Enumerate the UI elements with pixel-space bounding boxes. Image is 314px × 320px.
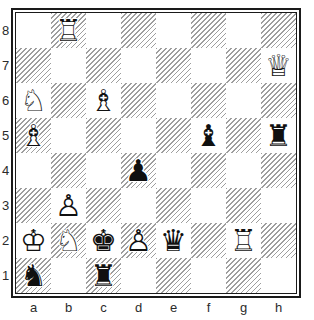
piece-bR-h5: ♜♜: [261, 121, 296, 151]
square-e5: [156, 118, 191, 153]
square-e2: ♛♛: [156, 223, 191, 258]
square-c1: ♜♜: [86, 258, 121, 293]
chess-diagram: 87654321 ♜♖♛♕♞♘♝♗♝♗♝♝♜♜♟♟♟♙♚♔♞♘♚♚♟♙♛♛♜♖♞…: [0, 0, 314, 320]
file-label-b: b: [51, 300, 86, 315]
square-g3: [226, 188, 261, 223]
square-f4: [191, 153, 226, 188]
square-a3: [16, 188, 51, 223]
square-g6: [226, 83, 261, 118]
piece-wN-a6: ♞♘: [16, 86, 51, 116]
square-h2: [261, 223, 296, 258]
rank-labels: 87654321: [0, 13, 11, 293]
square-b3: ♟♙: [51, 188, 86, 223]
square-c4: [86, 153, 121, 188]
file-label-g: g: [226, 300, 261, 315]
piece-glyph: ♘: [55, 223, 82, 258]
square-c7: [86, 48, 121, 83]
square-e1: [156, 258, 191, 293]
file-label-c: c: [86, 300, 121, 315]
square-h7: ♛♕: [261, 48, 296, 83]
piece-glyph: ♘: [20, 83, 47, 118]
square-g8: [226, 13, 261, 48]
square-b8: ♜♖: [51, 13, 86, 48]
square-a1: ♞♞: [16, 258, 51, 293]
square-a4: [16, 153, 51, 188]
rank-label-1: 1: [0, 258, 11, 293]
square-h6: [261, 83, 296, 118]
chess-board: ♜♖♛♕♞♘♝♗♝♗♝♝♜♜♟♟♟♙♚♔♞♘♚♚♟♙♛♛♜♖♞♞♜♜: [15, 12, 297, 294]
square-f3: [191, 188, 226, 223]
piece-glyph: ♜: [90, 258, 117, 293]
piece-bB-f5: ♝♝: [191, 121, 226, 151]
square-f1: [191, 258, 226, 293]
piece-glyph: ♙: [55, 188, 82, 223]
square-g2: ♜♖: [226, 223, 261, 258]
square-c3: [86, 188, 121, 223]
square-d7: [121, 48, 156, 83]
piece-wK-a2: ♚♔: [16, 226, 51, 256]
square-a8: [16, 13, 51, 48]
square-e3: [156, 188, 191, 223]
square-d2: ♟♙: [121, 223, 156, 258]
piece-wR-g2: ♜♖: [226, 226, 261, 256]
rank-label-8: 8: [0, 13, 11, 48]
piece-wN-b2: ♞♘: [51, 226, 86, 256]
square-d5: [121, 118, 156, 153]
piece-glyph: ♕: [265, 48, 292, 83]
piece-glyph: ♞: [20, 258, 47, 293]
piece-glyph: ♝: [195, 118, 222, 153]
piece-glyph: ♜: [265, 118, 292, 153]
piece-bK-c2: ♚♚: [86, 226, 121, 256]
piece-wQ-h7: ♛♕: [261, 51, 296, 81]
square-a2: ♚♔: [16, 223, 51, 258]
file-label-h: h: [261, 300, 296, 315]
file-label-d: d: [121, 300, 156, 315]
square-a7: [16, 48, 51, 83]
square-c8: [86, 13, 121, 48]
piece-wP-d2: ♟♙: [121, 226, 156, 256]
square-b7: [51, 48, 86, 83]
square-d1: [121, 258, 156, 293]
piece-wP-b3: ♟♙: [51, 191, 86, 221]
square-d6: [121, 83, 156, 118]
square-h1: [261, 258, 296, 293]
square-f5: ♝♝: [191, 118, 226, 153]
square-b4: [51, 153, 86, 188]
piece-wB-a5: ♝♗: [16, 121, 51, 151]
piece-bQ-e2: ♛♛: [156, 226, 191, 256]
file-label-a: a: [16, 300, 51, 315]
square-b6: [51, 83, 86, 118]
square-a5: ♝♗: [16, 118, 51, 153]
piece-bR-c1: ♜♜: [86, 261, 121, 291]
piece-wB-c6: ♝♗: [86, 86, 121, 116]
square-c6: ♝♗: [86, 83, 121, 118]
square-e6: [156, 83, 191, 118]
square-f2: [191, 223, 226, 258]
piece-glyph: ♖: [55, 13, 82, 48]
square-f7: [191, 48, 226, 83]
piece-glyph: ♙: [125, 223, 152, 258]
board-frame: ♜♖♛♕♞♘♝♗♝♗♝♝♜♜♟♟♟♙♚♔♞♘♚♚♟♙♛♛♜♖♞♞♜♜: [11, 8, 301, 298]
square-h3: [261, 188, 296, 223]
square-e4: [156, 153, 191, 188]
file-label-f: f: [191, 300, 226, 315]
piece-glyph: ♟: [125, 153, 152, 188]
piece-glyph: ♔: [20, 223, 47, 258]
square-e8: [156, 13, 191, 48]
square-g5: [226, 118, 261, 153]
square-g7: [226, 48, 261, 83]
square-g1: [226, 258, 261, 293]
square-h5: ♜♜: [261, 118, 296, 153]
piece-bN-a1: ♞♞: [16, 261, 51, 291]
rank-label-7: 7: [0, 48, 11, 83]
rank-label-4: 4: [0, 153, 11, 188]
square-e7: [156, 48, 191, 83]
piece-wR-b8: ♜♖: [51, 16, 86, 46]
piece-glyph: ♗: [90, 83, 117, 118]
square-a6: ♞♘: [16, 83, 51, 118]
square-b5: [51, 118, 86, 153]
square-g4: [226, 153, 261, 188]
square-c2: ♚♚: [86, 223, 121, 258]
rank-label-5: 5: [0, 118, 11, 153]
rank-label-3: 3: [0, 188, 11, 223]
rank-label-6: 6: [0, 83, 11, 118]
square-h8: [261, 13, 296, 48]
square-d4: ♟♟: [121, 153, 156, 188]
file-labels: abcdefgh: [16, 300, 296, 315]
rank-label-2: 2: [0, 223, 11, 258]
file-label-e: e: [156, 300, 191, 315]
square-d8: [121, 13, 156, 48]
piece-bP-d4: ♟♟: [121, 156, 156, 186]
square-f8: [191, 13, 226, 48]
square-h4: [261, 153, 296, 188]
square-f6: [191, 83, 226, 118]
piece-glyph: ♗: [20, 118, 47, 153]
piece-glyph: ♚: [90, 223, 117, 258]
piece-glyph: ♛: [160, 223, 187, 258]
square-c5: [86, 118, 121, 153]
piece-glyph: ♖: [230, 223, 257, 258]
square-b1: [51, 258, 86, 293]
square-b2: ♞♘: [51, 223, 86, 258]
square-d3: [121, 188, 156, 223]
